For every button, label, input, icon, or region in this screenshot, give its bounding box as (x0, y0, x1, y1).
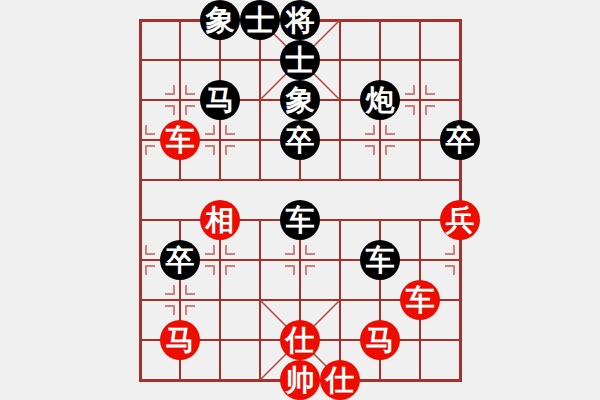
star-point-marker (305, 265, 315, 275)
star-point-marker (145, 125, 155, 135)
piece-red-general[interactable]: 帅 (280, 360, 320, 400)
piece-red-horse[interactable]: 马 (360, 320, 400, 360)
star-point-marker (185, 305, 195, 315)
star-point-marker (225, 145, 235, 155)
piece-red-chariot[interactable]: 车 (400, 280, 440, 320)
star-point-marker (385, 145, 395, 155)
star-point-marker (185, 85, 195, 95)
star-point-marker (205, 245, 215, 255)
star-point-marker (165, 285, 175, 295)
xiangqi-screen: 象士将士马象炮车卒卒相车兵卒车车马仕马帅仕 (0, 0, 600, 400)
piece-black-soldier[interactable]: 卒 (280, 120, 320, 160)
piece-red-advisor[interactable]: 仕 (320, 360, 360, 400)
piece-black-chariot[interactable]: 车 (360, 240, 400, 280)
piece-red-chariot[interactable]: 车 (160, 120, 200, 160)
star-point-marker (365, 125, 375, 135)
star-point-marker (145, 145, 155, 155)
star-point-marker (285, 245, 295, 255)
star-point-marker (165, 85, 175, 95)
star-point-marker (145, 245, 155, 255)
piece-black-soldier[interactable]: 卒 (160, 240, 200, 280)
star-point-marker (225, 245, 235, 255)
star-point-marker (445, 265, 455, 275)
star-point-marker (285, 265, 295, 275)
piece-black-chariot[interactable]: 车 (280, 200, 320, 240)
piece-black-advisor[interactable]: 士 (240, 0, 280, 40)
star-point-marker (305, 245, 315, 255)
star-point-marker (205, 265, 215, 275)
star-point-marker (445, 245, 455, 255)
piece-red-advisor[interactable]: 仕 (280, 320, 320, 360)
piece-black-general[interactable]: 将 (280, 0, 320, 40)
piece-red-horse[interactable]: 马 (160, 320, 200, 360)
star-point-marker (405, 85, 415, 95)
piece-black-elephant[interactable]: 象 (280, 80, 320, 120)
star-point-marker (425, 105, 435, 115)
star-point-marker (225, 265, 235, 275)
star-point-marker (185, 285, 195, 295)
star-point-marker (185, 105, 195, 115)
piece-black-horse[interactable]: 马 (200, 80, 240, 120)
star-point-marker (165, 105, 175, 115)
star-point-marker (205, 125, 215, 135)
star-point-marker (145, 265, 155, 275)
star-point-marker (385, 125, 395, 135)
piece-red-elephant[interactable]: 相 (200, 200, 240, 240)
star-point-marker (405, 105, 415, 115)
star-point-marker (365, 145, 375, 155)
piece-black-cannon[interactable]: 炮 (360, 80, 400, 120)
star-point-marker (225, 125, 235, 135)
xiangqi-board: 象士将士马象炮车卒卒相车兵卒车车马仕马帅仕 (140, 20, 460, 380)
piece-black-soldier[interactable]: 卒 (440, 120, 480, 160)
star-point-marker (425, 85, 435, 95)
piece-black-advisor[interactable]: 士 (280, 40, 320, 80)
piece-black-elephant[interactable]: 象 (200, 0, 240, 40)
piece-red-soldier[interactable]: 兵 (440, 200, 480, 240)
star-point-marker (165, 305, 175, 315)
star-point-marker (205, 145, 215, 155)
